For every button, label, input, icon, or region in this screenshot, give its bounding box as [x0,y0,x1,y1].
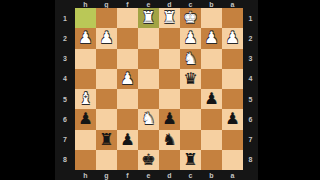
rank-label-1-right: 1 [243,8,258,28]
square-c4[interactable]: ♛ [180,69,201,89]
square-f5[interactable] [117,89,138,109]
square-g7[interactable]: ♜ [96,130,117,150]
white-pawn: ♟ [183,28,197,48]
square-f3[interactable] [117,49,138,69]
black-pawn: ♟ [225,109,239,129]
square-e4[interactable] [138,69,159,89]
black-pawn: ♟ [204,89,218,109]
square-f6[interactable] [117,109,138,129]
file-label-g-bottom: g [96,170,117,180]
rank-label-8-left: 8 [55,150,75,170]
square-b7[interactable] [201,130,222,150]
square-e2[interactable] [138,28,159,48]
square-e3[interactable] [138,49,159,69]
square-h7[interactable] [75,130,96,150]
square-a4[interactable] [222,69,243,89]
board-corner [243,0,258,8]
rank-label-3-left: 3 [55,49,75,69]
white-rook: ♜ [141,8,155,28]
square-a6[interactable]: ♟ [222,109,243,129]
screenshot-stage: hgfedcba1♜♜♚12♟♟♟♟♟23♞34♟♛45♝♟56♟♞♟♟67♜♟… [0,0,320,180]
square-c8[interactable]: ♜ [180,150,201,170]
square-g2[interactable]: ♟ [96,28,117,48]
white-pawn: ♟ [120,69,134,89]
square-b8[interactable] [201,150,222,170]
rank-label-6-right: 6 [243,109,258,129]
rank-label-8-right: 8 [243,150,258,170]
square-g3[interactable] [96,49,117,69]
rank-label-6-left: 6 [55,109,75,129]
black-king: ♚ [141,150,155,170]
square-b1[interactable] [201,8,222,28]
white-king: ♚ [183,8,197,28]
square-g8[interactable] [96,150,117,170]
square-a7[interactable] [222,130,243,150]
board-corner [55,170,75,180]
square-a8[interactable] [222,150,243,170]
file-label-a-bottom: a [222,170,243,180]
square-e7[interactable] [138,130,159,150]
square-c3[interactable]: ♞ [180,49,201,69]
white-knight: ♞ [183,49,197,69]
white-knight: ♞ [141,109,155,129]
file-label-f-top: f [117,0,138,8]
black-pawn: ♟ [78,109,92,129]
chess-board: hgfedcba1♜♜♚12♟♟♟♟♟23♞34♟♛45♝♟56♟♞♟♟67♜♟… [55,0,258,180]
rank-label-2-left: 2 [55,28,75,48]
file-label-c-top: c [180,0,201,8]
square-a5[interactable] [222,89,243,109]
square-c5[interactable] [180,89,201,109]
square-h3[interactable] [75,49,96,69]
file-label-b-top: b [201,0,222,8]
square-h6[interactable]: ♟ [75,109,96,129]
square-c1[interactable]: ♚ [180,8,201,28]
white-rook: ♜ [162,8,176,28]
rank-label-5-right: 5 [243,89,258,109]
file-label-b-bottom: b [201,170,222,180]
square-e1[interactable]: ♜ [138,8,159,28]
square-e8[interactable]: ♚ [138,150,159,170]
square-f7[interactable]: ♟ [117,130,138,150]
square-c6[interactable] [180,109,201,129]
black-rook: ♜ [183,150,197,170]
black-queen: ♛ [183,69,197,89]
square-h1[interactable] [75,8,96,28]
square-f1[interactable] [117,8,138,28]
board-corner [55,0,75,8]
square-a1[interactable] [222,8,243,28]
square-b6[interactable] [201,109,222,129]
square-b5[interactable]: ♟ [201,89,222,109]
square-h5[interactable]: ♝ [75,89,96,109]
white-pawn: ♟ [78,28,92,48]
square-a3[interactable] [222,49,243,69]
square-g4[interactable] [96,69,117,89]
square-f8[interactable] [117,150,138,170]
square-e6[interactable]: ♞ [138,109,159,129]
square-f2[interactable] [117,28,138,48]
square-a2[interactable]: ♟ [222,28,243,48]
square-g1[interactable] [96,8,117,28]
square-d7[interactable]: ♞ [159,130,180,150]
square-d2[interactable] [159,28,180,48]
white-pawn: ♟ [99,28,113,48]
file-label-d-top: d [159,0,180,8]
square-g6[interactable] [96,109,117,129]
rank-label-1-left: 1 [55,8,75,28]
file-label-a-top: a [222,0,243,8]
square-d1[interactable]: ♜ [159,8,180,28]
white-pawn: ♟ [204,28,218,48]
rank-label-3-right: 3 [243,49,258,69]
square-d4[interactable] [159,69,180,89]
file-label-g-top: g [96,0,117,8]
rank-label-7-right: 7 [243,130,258,150]
file-label-e-top: e [138,0,159,8]
rank-label-7-left: 7 [55,130,75,150]
file-label-f-bottom: f [117,170,138,180]
square-e5[interactable] [138,89,159,109]
file-label-d-bottom: d [159,170,180,180]
square-c7[interactable] [180,130,201,150]
square-d8[interactable] [159,150,180,170]
file-label-c-bottom: c [180,170,201,180]
black-pawn: ♟ [120,130,134,150]
square-h2[interactable]: ♟ [75,28,96,48]
rank-label-4-right: 4 [243,69,258,89]
black-rook: ♜ [99,130,113,150]
square-b2[interactable]: ♟ [201,28,222,48]
square-f4[interactable]: ♟ [117,69,138,89]
square-h4[interactable] [75,69,96,89]
square-b3[interactable] [201,49,222,69]
square-d5[interactable] [159,89,180,109]
rank-label-4-left: 4 [55,69,75,89]
square-d3[interactable] [159,49,180,69]
black-knight: ♞ [162,130,176,150]
square-d6[interactable]: ♟ [159,109,180,129]
file-label-h-bottom: h [75,170,96,180]
board-corner [243,170,258,180]
rank-label-5-left: 5 [55,89,75,109]
square-g5[interactable] [96,89,117,109]
square-b4[interactable] [201,69,222,89]
rank-label-2-right: 2 [243,28,258,48]
square-c2[interactable]: ♟ [180,28,201,48]
white-bishop: ♝ [78,89,92,109]
black-pawn: ♟ [162,109,176,129]
square-h8[interactable] [75,150,96,170]
file-label-e-bottom: e [138,170,159,180]
file-label-h-top: h [75,0,96,8]
white-pawn: ♟ [225,28,239,48]
